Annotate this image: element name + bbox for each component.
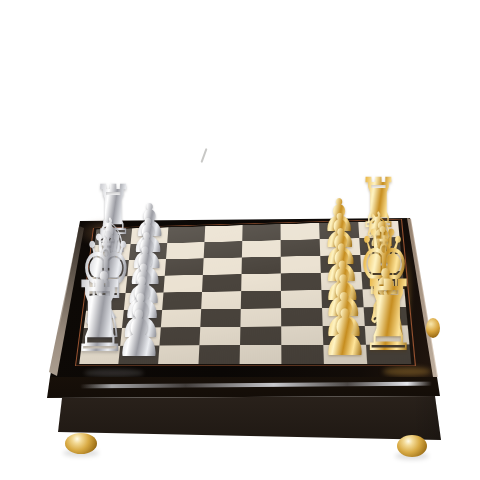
board-square bbox=[322, 307, 365, 326]
photo-artifact-line bbox=[200, 148, 207, 163]
chess-board-plane bbox=[75, 219, 416, 366]
gold-foot-right bbox=[397, 435, 427, 457]
board-square bbox=[124, 292, 164, 310]
board-square bbox=[241, 291, 281, 309]
board-square bbox=[94, 228, 132, 245]
board-square bbox=[79, 346, 120, 364]
board-square bbox=[131, 227, 169, 244]
chess-set-product-photo: ♜♞♝♛♚♝♞♜♟♟♟♟♟♟♟♟♟♟♟♟♟♟♟♟♜♞♝♛♚♝♞♜ bbox=[0, 0, 480, 480]
board-square bbox=[281, 273, 322, 291]
board-square bbox=[323, 326, 366, 345]
board-square bbox=[163, 275, 202, 293]
board-square bbox=[361, 271, 404, 289]
board-square bbox=[201, 291, 241, 309]
board-square bbox=[199, 327, 240, 346]
board-square bbox=[204, 241, 243, 258]
board-square bbox=[162, 292, 202, 310]
board-square bbox=[159, 327, 200, 345]
board-square bbox=[198, 345, 240, 364]
board-square bbox=[241, 273, 281, 291]
board-square bbox=[165, 258, 204, 275]
board-square bbox=[281, 345, 324, 364]
board-square bbox=[204, 225, 242, 242]
board-square bbox=[366, 344, 411, 364]
board-square bbox=[319, 222, 359, 239]
board-square bbox=[364, 307, 408, 326]
board-square bbox=[203, 258, 242, 275]
board-square bbox=[127, 259, 166, 276]
board-square bbox=[129, 243, 167, 260]
board-square bbox=[120, 327, 161, 345]
board-square bbox=[166, 242, 204, 259]
board-square bbox=[200, 309, 240, 327]
board-square bbox=[88, 276, 127, 293]
board-square bbox=[161, 309, 201, 327]
board-square bbox=[281, 256, 321, 274]
board-square bbox=[281, 223, 320, 240]
board-square bbox=[240, 326, 281, 345]
board-square bbox=[321, 272, 363, 290]
board-square bbox=[126, 276, 165, 293]
board-square bbox=[84, 310, 124, 328]
board-square bbox=[240, 345, 282, 364]
board-square bbox=[360, 254, 402, 272]
board-square bbox=[82, 328, 122, 346]
board-square bbox=[359, 237, 401, 255]
board-square bbox=[320, 238, 361, 256]
board-square bbox=[320, 255, 361, 273]
board-square bbox=[358, 221, 399, 238]
board-square bbox=[281, 290, 322, 308]
gold-foot-left bbox=[65, 433, 97, 454]
board-square bbox=[281, 326, 323, 345]
board-square bbox=[323, 345, 367, 364]
board-square bbox=[122, 310, 162, 328]
gold-side-knob bbox=[426, 318, 440, 338]
board-square bbox=[363, 289, 406, 308]
board-square bbox=[167, 226, 205, 243]
board-square bbox=[242, 224, 280, 241]
board-square bbox=[86, 293, 126, 311]
board-square bbox=[90, 260, 129, 277]
board-square bbox=[92, 244, 130, 261]
board-square bbox=[240, 308, 281, 326]
board-square bbox=[281, 239, 321, 256]
board-square bbox=[242, 240, 281, 257]
board-grid bbox=[79, 221, 411, 364]
board-square bbox=[158, 345, 199, 364]
board-square bbox=[242, 257, 281, 275]
board-square bbox=[118, 346, 159, 365]
board-square bbox=[321, 289, 363, 307]
board-square bbox=[202, 274, 242, 292]
board-square bbox=[281, 308, 323, 327]
board-square bbox=[365, 325, 410, 344]
